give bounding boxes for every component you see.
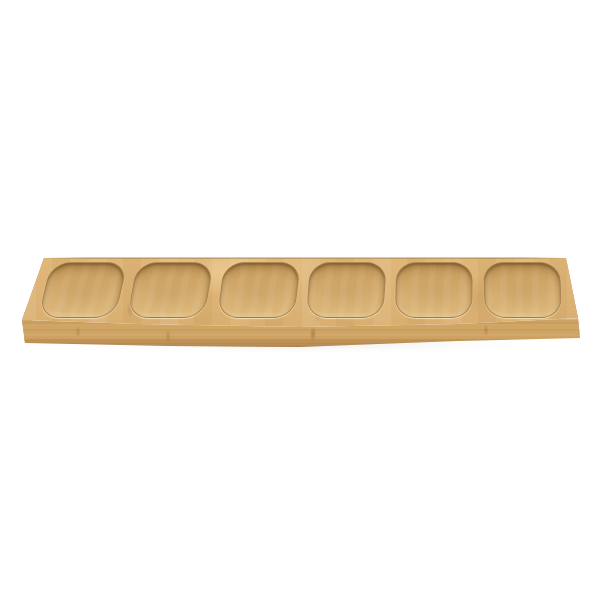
mancala-board bbox=[18, 254, 584, 350]
board-back-edge-line bbox=[44, 257, 566, 259]
pit-1[interactable] bbox=[38, 262, 128, 318]
photo-stage bbox=[0, 0, 600, 600]
pit-4[interactable] bbox=[306, 262, 387, 318]
pit-3[interactable] bbox=[217, 262, 301, 318]
pit-row bbox=[51, 262, 560, 318]
pit-2[interactable] bbox=[127, 262, 214, 318]
pit-5[interactable] bbox=[395, 262, 473, 318]
pit-6[interactable] bbox=[483, 262, 562, 318]
